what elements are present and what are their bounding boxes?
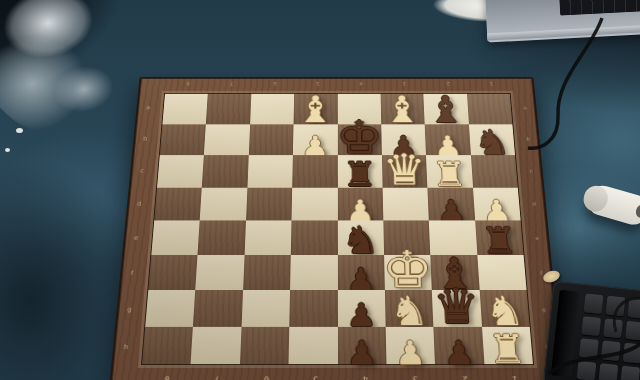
- clock-button-grid: [577, 293, 640, 380]
- coord-left-c: c: [140, 168, 144, 174]
- clock-button: [579, 338, 599, 358]
- black-bishop-a2: ♝: [426, 92, 467, 129]
- square-a4: [337, 94, 381, 124]
- square-h7: [191, 326, 241, 364]
- square-c7: [202, 155, 248, 187]
- square-d1: ♟: [473, 187, 521, 220]
- square-c1: [471, 155, 518, 187]
- clock-screen: [551, 290, 580, 378]
- coord-top-4: 4: [360, 81, 363, 86]
- clock-button: [598, 363, 618, 380]
- square-a5: ♝: [294, 94, 338, 124]
- clock-button: [625, 320, 640, 340]
- clock-button: [584, 293, 604, 313]
- coord-top-1: 1: [489, 81, 493, 86]
- square-g5: [289, 290, 337, 326]
- coord-top-2: 2: [446, 81, 450, 86]
- square-h1: ♜: [482, 326, 533, 364]
- square-b7: [204, 124, 250, 155]
- carpet-speck: [5, 148, 10, 152]
- square-b1: ♞: [469, 124, 515, 155]
- board-frame: ♝♝♝♟♚♟♟♞♜♛♜♟♟♟♞♜♟♚♝♟♞♛♞♟♟♟♜ 876543218765…: [109, 77, 564, 380]
- square-f7: [196, 255, 245, 290]
- black-bishop-f2: ♝: [433, 252, 477, 295]
- square-b2: ♟: [425, 124, 471, 155]
- white-queen-c3: ♛: [382, 149, 427, 192]
- coord-right-a: a: [523, 105, 527, 110]
- square-h8: [142, 326, 193, 364]
- square-e5: [291, 220, 338, 254]
- photo-scene: ♝♝♝♟♚♟♟♞♜♛♜♟♟♟♞♜♟♚♝♟♞♛♞♟♟♟♜ 876543218765…: [0, 0, 640, 380]
- square-a6: [250, 94, 294, 124]
- square-f6: [243, 255, 291, 290]
- black-pawn-h2: ♟: [443, 337, 476, 370]
- coord-top-8: 8: [186, 81, 190, 86]
- square-c5: [292, 155, 337, 187]
- square-e3: [383, 220, 430, 254]
- coord-top-7: 7: [230, 81, 234, 86]
- coord-bottom-8: 8: [164, 375, 170, 380]
- square-e1: ♜: [475, 220, 524, 254]
- square-a3: ♝: [380, 94, 424, 124]
- square-c4: ♜: [337, 155, 382, 187]
- square-f4: ♟: [337, 255, 384, 290]
- coord-right-g: g: [542, 306, 546, 312]
- square-f8: [148, 255, 198, 290]
- square-e2: [429, 220, 477, 254]
- black-queen-g2: ♛: [432, 283, 481, 332]
- coord-left-b: b: [143, 136, 148, 142]
- white-bishop-a3: ♝: [383, 92, 423, 129]
- square-h2: ♟: [434, 326, 484, 364]
- square-d7: [200, 187, 247, 220]
- square-g2: ♛: [432, 290, 482, 326]
- square-h3: ♟: [386, 326, 436, 364]
- square-b8: [160, 124, 206, 155]
- coord-top-6: 6: [273, 81, 276, 86]
- coord-left-d: d: [137, 201, 142, 208]
- clock-button: [577, 360, 597, 380]
- square-b3: ♟: [381, 124, 426, 155]
- coord-left-h: h: [123, 343, 128, 350]
- square-g4: ♟: [337, 290, 385, 326]
- white-bishop-a5: ♝: [296, 92, 335, 129]
- clock-button: [601, 340, 621, 360]
- coord-left-a: a: [146, 105, 150, 111]
- laptop-keyboard: [559, 0, 640, 16]
- square-g8: [145, 290, 195, 326]
- inhaler-object: [575, 168, 640, 249]
- square-f5: [290, 255, 337, 290]
- square-f2: ♝: [431, 255, 480, 290]
- coord-right-f: f: [540, 270, 543, 276]
- square-g6: [241, 290, 290, 326]
- square-e4: ♞: [337, 220, 384, 254]
- clock-button: [627, 298, 640, 318]
- coord-bottom-6: 6: [264, 375, 269, 380]
- square-g7: [193, 290, 243, 326]
- clock-button: [603, 318, 623, 338]
- square-f3: ♚: [384, 255, 432, 290]
- square-h5: [289, 326, 338, 364]
- coord-bottom-4: 4: [363, 375, 368, 380]
- square-g1: ♞: [479, 290, 529, 326]
- coord-top-5: 5: [316, 81, 319, 86]
- square-d5: [292, 187, 338, 220]
- coord-left-e: e: [134, 235, 139, 242]
- carpet-speck: [16, 128, 23, 133]
- black-pawn-h4: ♟: [346, 337, 377, 370]
- coord-right-c: c: [529, 168, 533, 174]
- coord-bottom-3: 3: [413, 375, 418, 380]
- square-e6: [244, 220, 291, 254]
- clock-button: [581, 316, 601, 336]
- square-g3: ♞: [385, 290, 434, 326]
- square-h6: [240, 326, 290, 364]
- square-a2: ♝: [424, 94, 469, 124]
- coord-right-d: d: [532, 201, 536, 207]
- square-b4: ♚: [337, 124, 381, 155]
- square-c3: ♛: [382, 155, 428, 187]
- clock-button: [620, 365, 640, 380]
- square-e8: [151, 220, 200, 254]
- square-d3: [383, 187, 430, 220]
- board-playing-field: ♝♝♝♟♚♟♟♞♜♛♜♟♟♟♞♜♟♚♝♟♞♛♞♟♟♟♜: [141, 93, 534, 365]
- white-pawn-h3: ♟: [395, 337, 427, 370]
- chess-board: ♝♝♝♟♚♟♟♞♜♛♜♟♟♟♞♜♟♚♝♟♞♛♞♟♟♟♜ 876543218765…: [109, 16, 564, 380]
- square-d2: ♟: [428, 187, 475, 220]
- coord-right-b: b: [526, 136, 530, 141]
- clock-button: [606, 296, 626, 316]
- square-e7: [198, 220, 246, 254]
- coord-bottom-1: 1: [512, 375, 518, 380]
- square-a8: [162, 94, 208, 124]
- coord-bottom-5: 5: [313, 375, 318, 380]
- square-b6: [249, 124, 294, 155]
- clock-button: [623, 343, 640, 363]
- square-c8: [157, 155, 204, 187]
- square-a7: [206, 94, 251, 124]
- coord-bottom-2: 2: [462, 375, 468, 380]
- square-d8: [154, 187, 202, 220]
- white-rook-h1: ♜: [487, 329, 528, 369]
- chess-clock-device: [543, 281, 640, 380]
- square-b5: ♟: [293, 124, 337, 155]
- square-f1: [477, 255, 527, 290]
- coord-left-f: f: [130, 270, 133, 277]
- coord-right-e: e: [535, 235, 539, 241]
- coord-bottom-7: 7: [214, 375, 220, 380]
- square-c2: ♜: [426, 155, 472, 187]
- coord-top-3: 3: [403, 81, 406, 86]
- square-d6: [246, 187, 292, 220]
- square-d4: ♟: [337, 187, 383, 220]
- square-h4: ♟: [337, 326, 386, 364]
- square-c6: [247, 155, 293, 187]
- coord-left-g: g: [127, 306, 132, 313]
- square-a1: [467, 94, 513, 124]
